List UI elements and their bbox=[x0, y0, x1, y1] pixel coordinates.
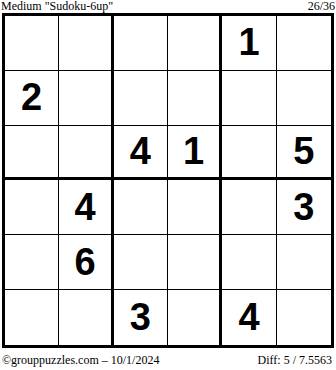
cell-r2c5-empty[interactable] bbox=[222, 71, 276, 126]
cell-r3c1-empty[interactable] bbox=[5, 126, 59, 181]
cell-r3c6-given[interactable]: 5 bbox=[277, 126, 331, 181]
cell-r4c4-empty[interactable] bbox=[168, 180, 222, 235]
cell-r6c5-given[interactable]: 4 bbox=[222, 290, 276, 345]
cell-r4c6-given[interactable]: 3 bbox=[277, 180, 331, 235]
cell-r5c6-empty[interactable] bbox=[277, 235, 331, 290]
cell-r2c6-empty[interactable] bbox=[277, 71, 331, 126]
cell-r3c3-given[interactable]: 4 bbox=[114, 126, 168, 181]
cell-r3c4-given[interactable]: 1 bbox=[168, 126, 222, 181]
sudoku-board: 1241543634 bbox=[2, 13, 334, 348]
cell-r6c4-empty[interactable] bbox=[168, 290, 222, 345]
cell-r3c2-empty[interactable] bbox=[59, 126, 113, 181]
cell-r6c2-empty[interactable] bbox=[59, 290, 113, 345]
cell-r2c3-empty[interactable] bbox=[114, 71, 168, 126]
cell-r2c2-empty[interactable] bbox=[59, 71, 113, 126]
cell-r1c6-empty[interactable] bbox=[277, 16, 331, 71]
cell-r5c1-empty[interactable] bbox=[5, 235, 59, 290]
cell-r1c1-empty[interactable] bbox=[5, 16, 59, 71]
cell-r5c4-empty[interactable] bbox=[168, 235, 222, 290]
cell-r4c3-empty[interactable] bbox=[114, 180, 168, 235]
cell-r5c5-empty[interactable] bbox=[222, 235, 276, 290]
puzzle-title: Medium "Sudoku-6up" bbox=[1, 0, 113, 13]
cell-r1c2-empty[interactable] bbox=[59, 16, 113, 71]
cell-r3c5-empty[interactable] bbox=[222, 126, 276, 181]
cell-r4c2-given[interactable]: 4 bbox=[59, 180, 113, 235]
cells-remaining-counter: 26/36 bbox=[308, 0, 335, 13]
cell-r1c4-empty[interactable] bbox=[168, 16, 222, 71]
cell-r1c5-given[interactable]: 1 bbox=[222, 16, 276, 71]
cell-r1c3-empty[interactable] bbox=[114, 16, 168, 71]
cell-r6c3-given[interactable]: 3 bbox=[114, 290, 168, 345]
cell-r2c1-given[interactable]: 2 bbox=[5, 71, 59, 126]
copyright-date-text: ©grouppuzzles.com – 10/1/2024 bbox=[2, 353, 159, 367]
puzzle-footer: ©grouppuzzles.com – 10/1/2024 Diff: 5 / … bbox=[2, 352, 332, 367]
puzzle-header: Medium "Sudoku-6up" 26/36 bbox=[1, 0, 335, 13]
cell-r4c5-empty[interactable] bbox=[222, 180, 276, 235]
difficulty-text: Diff: 5 / 7.5563 bbox=[258, 353, 332, 367]
cell-r2c4-empty[interactable] bbox=[168, 71, 222, 126]
cell-r4c1-empty[interactable] bbox=[5, 180, 59, 235]
cell-r6c6-empty[interactable] bbox=[277, 290, 331, 345]
cell-r5c3-empty[interactable] bbox=[114, 235, 168, 290]
cell-r6c1-empty[interactable] bbox=[5, 290, 59, 345]
cell-r5c2-given[interactable]: 6 bbox=[59, 235, 113, 290]
